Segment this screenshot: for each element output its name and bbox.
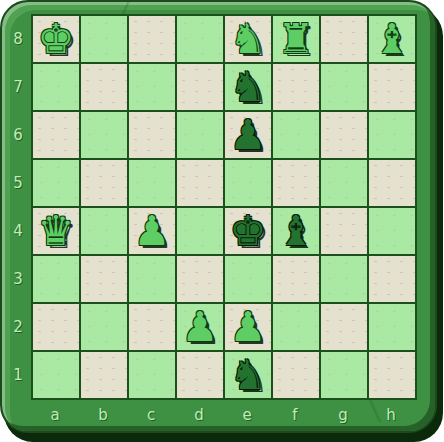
piece-white-pawn[interactable]: ♟ (134, 208, 171, 254)
piece-black-king[interactable]: ♚ (230, 208, 267, 254)
square-b8[interactable] (81, 16, 127, 62)
square-e2[interactable]: ♟ (225, 304, 271, 350)
square-f6[interactable] (273, 112, 319, 158)
rank-label-7: 7 (8, 63, 28, 111)
square-e3[interactable] (225, 256, 271, 302)
rank-label-8: 8 (8, 15, 28, 63)
square-h6[interactable] (369, 112, 415, 158)
square-f4[interactable]: ♝ (273, 208, 319, 254)
file-label-a: a (31, 402, 79, 428)
piece-white-knight[interactable]: ♞ (230, 16, 267, 62)
square-h4[interactable] (369, 208, 415, 254)
file-label-d: d (175, 402, 223, 428)
square-d8[interactable] (177, 16, 223, 62)
square-e6[interactable]: ♟ (225, 112, 271, 158)
square-a1[interactable] (33, 352, 79, 398)
square-c5[interactable] (129, 160, 175, 206)
square-e7[interactable]: ♞ (225, 64, 271, 110)
file-label-h: h (367, 402, 415, 428)
square-b4[interactable] (81, 208, 127, 254)
square-e8[interactable]: ♞ (225, 16, 271, 62)
square-c2[interactable] (129, 304, 175, 350)
square-a2[interactable] (33, 304, 79, 350)
square-e5[interactable] (225, 160, 271, 206)
square-a7[interactable] (33, 64, 79, 110)
piece-white-pawn[interactable]: ♟ (230, 304, 267, 350)
square-h2[interactable] (369, 304, 415, 350)
square-a4[interactable]: ♛ (33, 208, 79, 254)
square-a5[interactable] (33, 160, 79, 206)
rank-label-2: 2 (8, 303, 28, 351)
square-h8[interactable]: ♝ (369, 16, 415, 62)
square-c3[interactable] (129, 256, 175, 302)
square-d6[interactable] (177, 112, 223, 158)
square-g3[interactable] (321, 256, 367, 302)
square-h7[interactable] (369, 64, 415, 110)
piece-white-king[interactable]: ♚ (38, 16, 75, 62)
piece-black-pawn[interactable]: ♟ (230, 112, 267, 158)
rank-label-4: 4 (8, 207, 28, 255)
piece-black-bishop[interactable]: ♝ (278, 208, 315, 254)
square-h3[interactable] (369, 256, 415, 302)
piece-white-pawn[interactable]: ♟ (182, 304, 219, 350)
file-label-f: f (271, 402, 319, 428)
piece-black-knight[interactable]: ♞ (230, 64, 267, 110)
square-d2[interactable]: ♟ (177, 304, 223, 350)
square-g6[interactable] (321, 112, 367, 158)
file-label-g: g (319, 402, 367, 428)
file-label-c: c (127, 402, 175, 428)
piece-white-queen[interactable]: ♛ (38, 208, 75, 254)
square-f7[interactable] (273, 64, 319, 110)
square-g2[interactable] (321, 304, 367, 350)
rank-label-1: 1 (8, 351, 28, 399)
square-b1[interactable] (81, 352, 127, 398)
square-h1[interactable] (369, 352, 415, 398)
square-b2[interactable] (81, 304, 127, 350)
square-g5[interactable] (321, 160, 367, 206)
square-a6[interactable] (33, 112, 79, 158)
square-c7[interactable] (129, 64, 175, 110)
square-f5[interactable] (273, 160, 319, 206)
square-f3[interactable] (273, 256, 319, 302)
piece-black-knight[interactable]: ♞ (230, 352, 267, 398)
square-b5[interactable] (81, 160, 127, 206)
square-d3[interactable] (177, 256, 223, 302)
square-h5[interactable] (369, 160, 415, 206)
square-c1[interactable] (129, 352, 175, 398)
square-g8[interactable] (321, 16, 367, 62)
square-f2[interactable] (273, 304, 319, 350)
square-d4[interactable] (177, 208, 223, 254)
square-b3[interactable] (81, 256, 127, 302)
square-f1[interactable] (273, 352, 319, 398)
square-c4[interactable]: ♟ (129, 208, 175, 254)
square-d5[interactable] (177, 160, 223, 206)
piece-white-bishop[interactable]: ♝ (374, 16, 411, 62)
square-f8[interactable]: ♜ (273, 16, 319, 62)
square-d7[interactable] (177, 64, 223, 110)
square-a8[interactable]: ♚ (33, 16, 79, 62)
square-e1[interactable]: ♞ (225, 352, 271, 398)
chess-board: ♚♞♜♝♞♟♛♟♚♝♟♟♞ (31, 14, 417, 400)
square-b6[interactable] (81, 112, 127, 158)
square-b7[interactable] (81, 64, 127, 110)
square-g7[interactable] (321, 64, 367, 110)
rank-label-5: 5 (8, 159, 28, 207)
piece-white-rook[interactable]: ♜ (278, 16, 315, 62)
square-g4[interactable] (321, 208, 367, 254)
square-a3[interactable] (33, 256, 79, 302)
file-label-e: e (223, 402, 271, 428)
square-c6[interactable] (129, 112, 175, 158)
file-label-b: b (79, 402, 127, 428)
square-d1[interactable] (177, 352, 223, 398)
square-g1[interactable] (321, 352, 367, 398)
square-c8[interactable] (129, 16, 175, 62)
rank-label-3: 3 (8, 255, 28, 303)
square-e4[interactable]: ♚ (225, 208, 271, 254)
rank-label-6: 6 (8, 111, 28, 159)
